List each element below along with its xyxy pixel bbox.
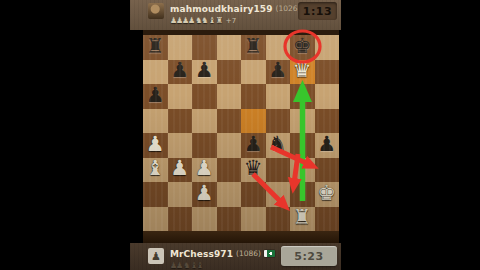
black-pawn-e4: ♟ bbox=[244, 134, 263, 155]
square-a4[interactable]: ♟ bbox=[143, 133, 168, 158]
square-b2[interactable] bbox=[168, 182, 193, 207]
square-e1[interactable] bbox=[241, 207, 266, 232]
player-rating: (1086) bbox=[236, 249, 261, 258]
opponent-captured-pieces: ♟♟♟♟ ♞♞ ♝ ♜ bbox=[170, 17, 222, 25]
square-c6[interactable] bbox=[192, 84, 217, 109]
letterbox-right bbox=[341, 0, 480, 270]
square-g7[interactable]: ♛ bbox=[290, 60, 315, 85]
black-pawn-h4: ♟ bbox=[317, 134, 336, 155]
square-a7[interactable] bbox=[143, 60, 168, 85]
white-pawn-c2: ♟ bbox=[195, 183, 214, 204]
square-h6[interactable] bbox=[315, 84, 340, 109]
square-b3[interactable]: ♟ bbox=[168, 158, 193, 183]
square-f6[interactable] bbox=[266, 84, 291, 109]
screenshot-stage: mahmoudkhairy159 (1026) ♟♟♟♟ ♞♞ ♝ ♜ +7 1… bbox=[0, 0, 480, 270]
opponent-rating: (1026) bbox=[276, 4, 301, 13]
black-rook-a8: ♜ bbox=[146, 36, 165, 57]
white-pawn-b3: ♟ bbox=[170, 158, 189, 179]
square-h4[interactable]: ♟ bbox=[315, 133, 340, 158]
square-d1[interactable] bbox=[217, 207, 242, 232]
square-c8[interactable] bbox=[192, 35, 217, 60]
player-bar: ♟ MrChess971 (1086) ♟♟ ♞ ♝♝ 5:23 bbox=[130, 243, 341, 270]
square-c2[interactable]: ♟ bbox=[192, 182, 217, 207]
player-captured-pieces: ♟♟ ♞ ♝♝ bbox=[170, 262, 203, 270]
square-e2[interactable] bbox=[241, 182, 266, 207]
square-g8[interactable]: ♚ bbox=[290, 35, 315, 60]
square-h5[interactable] bbox=[315, 109, 340, 134]
white-pawn-a4: ♟ bbox=[146, 134, 165, 155]
square-b1[interactable] bbox=[168, 207, 193, 232]
square-a5[interactable] bbox=[143, 109, 168, 134]
player-avatar[interactable]: ♟ bbox=[148, 248, 164, 264]
square-c7[interactable]: ♟ bbox=[192, 60, 217, 85]
square-h7[interactable] bbox=[315, 60, 340, 85]
black-pawn-a6: ♟ bbox=[146, 85, 165, 106]
opponent-info: mahmoudkhairy159 (1026) ♟♟♟♟ ♞♞ ♝ ♜ +7 bbox=[170, 3, 314, 25]
square-b8[interactable] bbox=[168, 35, 193, 60]
square-h2[interactable]: ♚ bbox=[315, 182, 340, 207]
square-h3[interactable] bbox=[315, 158, 340, 183]
square-e5[interactable] bbox=[241, 109, 266, 134]
white-rook-g1: ♜ bbox=[293, 207, 312, 228]
square-d5[interactable] bbox=[217, 109, 242, 134]
player-clock: 5:23 bbox=[281, 246, 337, 266]
pakistan-flag-icon bbox=[264, 250, 275, 257]
opponent-clock: 1:13 bbox=[298, 2, 337, 20]
chess-board: ♜♜♚♟♟♟♛♟♟♟♞♟♝♟♟♛♟♚♜ bbox=[143, 35, 339, 231]
square-a8[interactable]: ♜ bbox=[143, 35, 168, 60]
letterbox-left bbox=[0, 0, 130, 270]
square-e7[interactable] bbox=[241, 60, 266, 85]
black-queen-e3: ♛ bbox=[244, 158, 263, 179]
square-f4[interactable]: ♞ bbox=[266, 133, 291, 158]
square-d8[interactable] bbox=[217, 35, 242, 60]
square-e4[interactable]: ♟ bbox=[241, 133, 266, 158]
square-c1[interactable] bbox=[192, 207, 217, 232]
square-a3[interactable]: ♝ bbox=[143, 158, 168, 183]
square-b4[interactable] bbox=[168, 133, 193, 158]
black-knight-f4: ♞ bbox=[268, 134, 287, 155]
square-f8[interactable] bbox=[266, 35, 291, 60]
square-b7[interactable]: ♟ bbox=[168, 60, 193, 85]
opponent-player-bar: mahmoudkhairy159 (1026) ♟♟♟♟ ♞♞ ♝ ♜ +7 1… bbox=[130, 0, 341, 30]
opponent-avatar[interactable] bbox=[148, 3, 164, 19]
player-name[interactable]: MrChess971 bbox=[170, 249, 233, 259]
square-d4[interactable] bbox=[217, 133, 242, 158]
square-g4[interactable] bbox=[290, 133, 315, 158]
black-rook-e8: ♜ bbox=[244, 36, 263, 57]
white-queen-g7: ♛ bbox=[293, 60, 312, 81]
square-e3[interactable]: ♛ bbox=[241, 158, 266, 183]
white-bishop-a3: ♝ bbox=[146, 158, 165, 179]
pawn-avatar-icon: ♟ bbox=[151, 251, 161, 262]
player-info: MrChess971 (1086) ♟♟ ♞ ♝♝ bbox=[170, 248, 275, 270]
square-g1[interactable]: ♜ bbox=[290, 207, 315, 232]
square-g3[interactable] bbox=[290, 158, 315, 183]
square-b6[interactable] bbox=[168, 84, 193, 109]
square-b5[interactable] bbox=[168, 109, 193, 134]
square-h8[interactable] bbox=[315, 35, 340, 60]
square-f2[interactable] bbox=[266, 182, 291, 207]
square-c3[interactable]: ♟ bbox=[192, 158, 217, 183]
square-d7[interactable] bbox=[217, 60, 242, 85]
board-frame-bottom bbox=[143, 231, 339, 243]
square-e6[interactable] bbox=[241, 84, 266, 109]
square-d2[interactable] bbox=[217, 182, 242, 207]
white-pawn-c3: ♟ bbox=[195, 158, 214, 179]
black-pawn-b7: ♟ bbox=[170, 60, 189, 81]
square-f3[interactable] bbox=[266, 158, 291, 183]
square-g2[interactable] bbox=[290, 182, 315, 207]
black-pawn-c7: ♟ bbox=[195, 60, 214, 81]
square-c4[interactable] bbox=[192, 133, 217, 158]
square-e8[interactable]: ♜ bbox=[241, 35, 266, 60]
square-c5[interactable] bbox=[192, 109, 217, 134]
opponent-name[interactable]: mahmoudkhairy159 bbox=[170, 4, 273, 14]
square-h1[interactable] bbox=[315, 207, 340, 232]
square-f1[interactable] bbox=[266, 207, 291, 232]
square-a2[interactable] bbox=[143, 182, 168, 207]
square-a6[interactable]: ♟ bbox=[143, 84, 168, 109]
square-f5[interactable] bbox=[266, 109, 291, 134]
square-g5[interactable] bbox=[290, 109, 315, 134]
square-g6[interactable] bbox=[290, 84, 315, 109]
square-d6[interactable] bbox=[217, 84, 242, 109]
black-pawn-f7: ♟ bbox=[268, 60, 287, 81]
white-king-h2: ♚ bbox=[317, 183, 336, 204]
square-a1[interactable] bbox=[143, 207, 168, 232]
material-advantage-badge: +7 bbox=[226, 17, 236, 25]
black-king-g8: ♚ bbox=[293, 36, 312, 57]
square-f7[interactable]: ♟ bbox=[266, 60, 291, 85]
square-d3[interactable] bbox=[217, 158, 242, 183]
